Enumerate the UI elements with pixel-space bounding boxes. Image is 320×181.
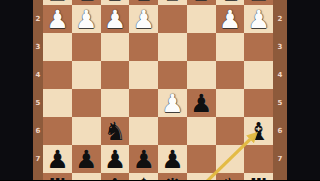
square-a5[interactable] <box>244 89 273 117</box>
white-rook: ♜ <box>247 0 269 4</box>
square-g5[interactable] <box>72 89 101 117</box>
black-rook: ♜ <box>46 175 68 181</box>
rank-label-3: 3 <box>33 41 43 53</box>
square-b5[interactable] <box>216 89 245 117</box>
rank-label-3: 3 <box>273 41 287 53</box>
rank-label-5: 5 <box>33 97 43 109</box>
square-d7[interactable]: ♟ <box>158 145 187 173</box>
square-b6[interactable] <box>216 117 245 145</box>
square-e8[interactable]: ♚ <box>129 173 158 180</box>
black-knight: ♞ <box>104 119 126 144</box>
square-h8[interactable]: ♜ <box>43 173 72 180</box>
white-queen: ♛ <box>161 0 183 4</box>
rank-label-6: 6 <box>33 125 43 137</box>
square-g6[interactable] <box>72 117 101 145</box>
black-pawn: ♟ <box>190 91 212 116</box>
chess-board: ♜♞♝♚♛♝♞♜♟♟♟♟♟♟♟♟♞♝♟♟♟♟♟♜♝♚♛♞♜ <box>43 0 273 180</box>
square-c4[interactable] <box>187 61 216 89</box>
square-e3[interactable] <box>129 33 158 61</box>
letterbox-left <box>0 0 33 180</box>
square-a6[interactable]: ♝ <box>244 117 273 145</box>
square-a7[interactable] <box>244 145 273 173</box>
square-d8[interactable]: ♛ <box>158 173 187 180</box>
square-a4[interactable] <box>244 61 273 89</box>
rank-label-2: 2 <box>33 13 43 25</box>
square-h3[interactable] <box>43 33 72 61</box>
white-pawn: ♟ <box>161 91 183 116</box>
square-e6[interactable] <box>129 117 158 145</box>
square-b8[interactable]: ♞ <box>216 173 245 180</box>
square-c3[interactable] <box>187 33 216 61</box>
square-c6[interactable] <box>187 117 216 145</box>
white-pawn: ♟ <box>75 7 97 32</box>
white-pawn: ♟ <box>46 7 68 32</box>
square-b7[interactable] <box>216 145 245 173</box>
rank-label-7: 7 <box>273 153 287 165</box>
black-pawn: ♟ <box>46 147 68 172</box>
rank-labels-left: 12345678 <box>33 0 43 180</box>
rank-label-4: 4 <box>33 69 43 81</box>
square-f2[interactable]: ♟ <box>101 5 130 33</box>
square-a3[interactable] <box>244 33 273 61</box>
black-knight: ♞ <box>219 175 241 181</box>
square-f8[interactable]: ♝ <box>101 173 130 180</box>
square-d3[interactable] <box>158 33 187 61</box>
square-b4[interactable] <box>216 61 245 89</box>
square-g2[interactable]: ♟ <box>72 5 101 33</box>
square-h6[interactable] <box>43 117 72 145</box>
square-g7[interactable]: ♟ <box>72 145 101 173</box>
white-rook: ♜ <box>46 0 68 4</box>
black-pawn: ♟ <box>161 147 183 172</box>
white-king: ♚ <box>132 0 154 4</box>
rank-label-4: 4 <box>273 69 287 81</box>
black-queen: ♛ <box>161 175 183 181</box>
black-bishop: ♝ <box>104 175 126 181</box>
square-c2[interactable] <box>187 5 216 33</box>
square-h2[interactable]: ♟ <box>43 5 72 33</box>
square-a2[interactable]: ♟ <box>244 5 273 33</box>
white-bishop: ♝ <box>104 0 126 4</box>
square-f5[interactable] <box>101 89 130 117</box>
black-pawn: ♟ <box>104 147 126 172</box>
black-pawn: ♟ <box>132 147 154 172</box>
white-pawn: ♟ <box>219 7 241 32</box>
square-b2[interactable]: ♟ <box>216 5 245 33</box>
square-b3[interactable] <box>216 33 245 61</box>
square-d4[interactable] <box>158 61 187 89</box>
white-bishop: ♝ <box>190 0 212 4</box>
white-pawn: ♟ <box>247 7 269 32</box>
square-d2[interactable] <box>158 5 187 33</box>
square-e4[interactable] <box>129 61 158 89</box>
rank-labels-right: 12345678 <box>273 0 287 180</box>
rank-label-2: 2 <box>273 13 287 25</box>
square-d5[interactable]: ♟ <box>158 89 187 117</box>
square-c5[interactable]: ♟ <box>187 89 216 117</box>
white-knight: ♞ <box>219 0 241 4</box>
square-g4[interactable] <box>72 61 101 89</box>
letterbox-right <box>287 0 320 180</box>
square-e5[interactable] <box>129 89 158 117</box>
black-bishop: ♝ <box>247 119 269 144</box>
square-g8[interactable] <box>72 173 101 180</box>
square-c7[interactable] <box>187 145 216 173</box>
black-pawn: ♟ <box>75 147 97 172</box>
square-e2[interactable]: ♟ <box>129 5 158 33</box>
square-f3[interactable] <box>101 33 130 61</box>
white-pawn: ♟ <box>132 7 154 32</box>
square-h5[interactable] <box>43 89 72 117</box>
chess-video-frame: 12345678 12345678 ♜♞♝♚♛♝♞♜♟♟♟♟♟♟♟♟♞♝♟♟♟♟… <box>0 0 320 180</box>
square-c8[interactable] <box>187 173 216 180</box>
square-f7[interactable]: ♟ <box>101 145 130 173</box>
square-a8[interactable]: ♜ <box>244 173 273 180</box>
black-king: ♚ <box>132 175 154 181</box>
square-f4[interactable] <box>101 61 130 89</box>
white-pawn: ♟ <box>104 7 126 32</box>
square-h7[interactable]: ♟ <box>43 145 72 173</box>
rank-label-7: 7 <box>33 153 43 165</box>
black-rook: ♜ <box>247 175 269 181</box>
white-knight: ♞ <box>75 0 97 4</box>
square-d6[interactable] <box>158 117 187 145</box>
square-g3[interactable] <box>72 33 101 61</box>
rank-label-5: 5 <box>273 97 287 109</box>
square-f6[interactable]: ♞ <box>101 117 130 145</box>
rank-label-6: 6 <box>273 125 287 137</box>
square-e7[interactable]: ♟ <box>129 145 158 173</box>
square-h4[interactable] <box>43 61 72 89</box>
